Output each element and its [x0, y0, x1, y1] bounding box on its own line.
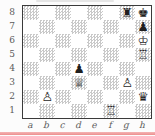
square-g2 — [119, 90, 135, 104]
square-g7 — [119, 20, 135, 34]
square-h1 — [135, 104, 151, 118]
file-label-h: h — [134, 119, 150, 131]
rank-label-8: 8 — [0, 5, 20, 19]
square-e3 — [87, 76, 103, 90]
rank-label-1: 1 — [0, 103, 20, 117]
square-e2 — [87, 90, 103, 104]
square-g8: ♜ — [119, 6, 135, 20]
square-b5 — [39, 48, 55, 62]
square-c2 — [55, 90, 71, 104]
square-d5 — [71, 48, 87, 62]
scanned-chess-diagram: 87654321 ♜♚♟♔♖♟♕♙♙♛♖ abcdefgh — [0, 0, 155, 136]
square-a4 — [23, 62, 39, 76]
square-g6 — [119, 34, 135, 48]
white-queen-d3: ♕ — [73, 76, 84, 90]
square-c8 — [55, 6, 71, 20]
rank-label-4: 4 — [0, 61, 20, 75]
black-pawn-h7: ♟ — [137, 20, 148, 34]
square-d6 — [71, 34, 87, 48]
square-f6 — [103, 34, 119, 48]
square-g1 — [119, 104, 135, 118]
square-d3: ♕ — [71, 76, 87, 90]
square-b7 — [39, 20, 55, 34]
square-b3 — [39, 76, 55, 90]
file-label-f: f — [102, 119, 118, 131]
rank-labels: 87654321 — [0, 5, 20, 117]
square-f2 — [103, 90, 119, 104]
square-h5: ♖ — [135, 48, 151, 62]
white-pawn-g3: ♙ — [121, 76, 132, 90]
rank-label-5: 5 — [0, 47, 20, 61]
square-e7 — [87, 20, 103, 34]
square-e8 — [87, 6, 103, 20]
file-label-b: b — [38, 119, 54, 131]
square-a3 — [23, 76, 39, 90]
black-king-h8: ♚ — [137, 6, 148, 20]
square-h6: ♔ — [135, 34, 151, 48]
square-f8 — [103, 6, 119, 20]
white-king-h6: ♔ — [137, 34, 148, 48]
square-h7: ♟ — [135, 20, 151, 34]
white-rook-h5: ♖ — [137, 48, 148, 62]
square-a7 — [23, 20, 39, 34]
page-rule-line — [0, 132, 155, 135]
rank-label-7: 7 — [0, 19, 20, 33]
file-label-e: e — [86, 119, 102, 131]
square-b4 — [39, 62, 55, 76]
square-d7 — [71, 20, 87, 34]
square-f7 — [103, 20, 119, 34]
square-c4 — [55, 62, 71, 76]
black-pawn-d4: ♟ — [73, 62, 84, 76]
file-label-d: d — [70, 119, 86, 131]
square-a8 — [23, 6, 39, 20]
chess-board: ♜♚♟♔♖♟♕♙♙♛♖ — [22, 5, 152, 119]
square-h4 — [135, 62, 151, 76]
rank-label-2: 2 — [0, 89, 20, 103]
square-c1 — [55, 104, 71, 118]
square-h8: ♚ — [135, 6, 151, 20]
square-c5 — [55, 48, 71, 62]
square-e4 — [87, 62, 103, 76]
file-label-a: a — [22, 119, 38, 131]
file-labels: abcdefgh — [22, 119, 150, 131]
square-a2 — [23, 90, 39, 104]
square-b8 — [39, 6, 55, 20]
square-b6 — [39, 34, 55, 48]
square-f3 — [103, 76, 119, 90]
square-c3 — [55, 76, 71, 90]
square-a5 — [23, 48, 39, 62]
square-f5 — [103, 48, 119, 62]
square-c7 — [55, 20, 71, 34]
square-f1: ♖ — [103, 104, 119, 118]
square-d2 — [71, 90, 87, 104]
rank-label-6: 6 — [0, 33, 20, 47]
square-h3 — [135, 76, 151, 90]
square-e1 — [87, 104, 103, 118]
rank-label-3: 3 — [0, 75, 20, 89]
white-pawn-b2: ♙ — [41, 90, 52, 104]
square-e5 — [87, 48, 103, 62]
square-c6 — [55, 34, 71, 48]
black-queen-h2: ♛ — [137, 90, 148, 104]
square-h2: ♛ — [135, 90, 151, 104]
white-rook-f1: ♖ — [105, 104, 116, 118]
square-b1 — [39, 104, 55, 118]
square-f4 — [103, 62, 119, 76]
square-g4 — [119, 62, 135, 76]
black-rook-g8: ♜ — [121, 6, 132, 20]
square-a1 — [23, 104, 39, 118]
square-d1 — [71, 104, 87, 118]
file-label-c: c — [54, 119, 70, 131]
file-label-g: g — [118, 119, 134, 131]
square-e6 — [87, 34, 103, 48]
square-g5 — [119, 48, 135, 62]
square-d4: ♟ — [71, 62, 87, 76]
square-g3: ♙ — [119, 76, 135, 90]
scan-artifact — [36, 0, 114, 2]
square-d8 — [71, 6, 87, 20]
square-a6 — [23, 34, 39, 48]
square-b2: ♙ — [39, 90, 55, 104]
